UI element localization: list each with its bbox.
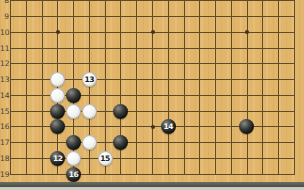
stone-white [66,151,81,166]
move-number: 14 [163,122,172,131]
stone-white [50,72,65,87]
move-number: 15 [100,154,109,163]
go-board-surface[interactable]: 89101112131415161718191314121516 [0,0,304,182]
stone-black-move-16: 16 [66,167,81,182]
stone-white [66,104,81,119]
stone-white-move-15: 15 [98,151,113,166]
stone-black [50,104,65,119]
go-app-window: 89101112131415161718191314121516 [0,0,304,190]
stone-white [50,88,65,103]
stone-white [82,104,97,119]
stone-black [66,135,81,150]
stone-black-move-12: 12 [50,151,65,166]
stone-black [113,135,128,150]
stone-black [239,119,254,134]
stone-white [82,135,97,150]
board-bottom-shadow [0,187,304,190]
move-number: 16 [69,170,78,179]
move-number: 12 [53,154,62,163]
stone-black [66,88,81,103]
move-number: 13 [85,75,94,84]
stone-white-move-13: 13 [82,72,97,87]
stone-black [113,104,128,119]
stone-black [50,119,65,134]
stone-black-move-14: 14 [161,119,176,134]
stones-layer: 1314121516 [3,0,303,182]
